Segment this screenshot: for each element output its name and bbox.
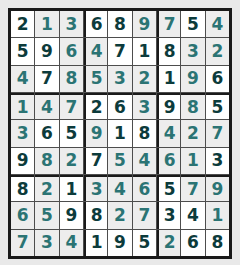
cell-r6c1[interactable]: 9 <box>11 148 34 174</box>
cell-r6c9[interactable]: 3 <box>206 148 229 174</box>
cell-r7c6[interactable]: 6 <box>133 175 156 201</box>
cell-r6c4[interactable]: 7 <box>84 148 107 174</box>
cell-r6c5[interactable]: 5 <box>108 148 131 174</box>
cell-r2c6[interactable]: 1 <box>133 38 156 64</box>
cell-r2c4[interactable]: 4 <box>84 38 107 64</box>
cell-r8c7[interactable]: 3 <box>157 202 180 228</box>
cell-r8c9[interactable]: 1 <box>206 202 229 228</box>
cell-r5c2[interactable]: 6 <box>35 120 58 146</box>
cell-r2c5[interactable]: 7 <box>108 38 131 64</box>
cell-r4c3[interactable]: 7 <box>60 93 83 119</box>
cell-r7c3[interactable]: 1 <box>60 175 83 201</box>
cell-r5c9[interactable]: 7 <box>206 120 229 146</box>
cell-r7c5[interactable]: 4 <box>108 175 131 201</box>
cell-r8c6[interactable]: 7 <box>133 202 156 228</box>
cell-r1c4[interactable]: 6 <box>84 11 107 37</box>
cell-r2c9[interactable]: 2 <box>206 38 229 64</box>
cell-r7c8[interactable]: 7 <box>181 175 204 201</box>
cell-r9c6[interactable]: 5 <box>133 230 156 256</box>
cell-r6c8[interactable]: 1 <box>181 148 204 174</box>
cell-r7c9[interactable]: 9 <box>206 175 229 201</box>
cell-r1c3[interactable]: 3 <box>60 11 83 37</box>
cell-r8c4[interactable]: 8 <box>84 202 107 228</box>
cell-r4c8[interactable]: 8 <box>181 93 204 119</box>
cell-r5c6[interactable]: 8 <box>133 120 156 146</box>
cell-r8c5[interactable]: 2 <box>108 202 131 228</box>
cell-r2c7[interactable]: 8 <box>157 38 180 64</box>
cell-r1c6[interactable]: 9 <box>133 11 156 37</box>
cell-r6c6[interactable]: 4 <box>133 148 156 174</box>
cell-r4c6[interactable]: 3 <box>133 93 156 119</box>
cell-r8c3[interactable]: 9 <box>60 202 83 228</box>
cell-r9c1[interactable]: 7 <box>11 230 34 256</box>
cell-r8c2[interactable]: 5 <box>35 202 58 228</box>
cell-r3c1[interactable]: 4 <box>11 66 34 92</box>
cell-r7c1[interactable]: 8 <box>11 175 34 201</box>
cell-r5c5[interactable]: 1 <box>108 120 131 146</box>
cell-r5c4[interactable]: 9 <box>84 120 107 146</box>
cell-r3c7[interactable]: 1 <box>157 66 180 92</box>
cell-r3c5[interactable]: 3 <box>108 66 131 92</box>
sudoku-board: 2136897545964718324785321961472639853659… <box>8 8 232 259</box>
cell-r1c7[interactable]: 7 <box>157 11 180 37</box>
cell-r2c2[interactable]: 9 <box>35 38 58 64</box>
cell-r9c8[interactable]: 6 <box>181 230 204 256</box>
cell-r3c9[interactable]: 6 <box>206 66 229 92</box>
cell-r1c2[interactable]: 1 <box>35 11 58 37</box>
cell-r4c4[interactable]: 2 <box>84 93 107 119</box>
cell-r2c1[interactable]: 5 <box>11 38 34 64</box>
cell-r9c7[interactable]: 2 <box>157 230 180 256</box>
cell-r3c3[interactable]: 8 <box>60 66 83 92</box>
cell-r4c7[interactable]: 9 <box>157 93 180 119</box>
cell-r1c9[interactable]: 4 <box>206 11 229 37</box>
cell-r9c5[interactable]: 9 <box>108 230 131 256</box>
cell-r9c4[interactable]: 1 <box>84 230 107 256</box>
cell-r4c9[interactable]: 5 <box>206 93 229 119</box>
cell-r4c5[interactable]: 6 <box>108 93 131 119</box>
cell-r6c2[interactable]: 8 <box>35 148 58 174</box>
cell-r7c2[interactable]: 2 <box>35 175 58 201</box>
cell-r9c9[interactable]: 8 <box>206 230 229 256</box>
cell-r4c1[interactable]: 1 <box>11 93 34 119</box>
cell-r8c1[interactable]: 6 <box>11 202 34 228</box>
cell-r3c6[interactable]: 2 <box>133 66 156 92</box>
cell-r1c8[interactable]: 5 <box>181 11 204 37</box>
cell-r9c2[interactable]: 3 <box>35 230 58 256</box>
cell-r4c2[interactable]: 4 <box>35 93 58 119</box>
cell-r2c8[interactable]: 3 <box>181 38 204 64</box>
cell-r6c3[interactable]: 2 <box>60 148 83 174</box>
cell-r1c5[interactable]: 8 <box>108 11 131 37</box>
cell-r2c3[interactable]: 6 <box>60 38 83 64</box>
cell-r3c2[interactable]: 7 <box>35 66 58 92</box>
cell-r7c7[interactable]: 5 <box>157 175 180 201</box>
cell-r7c4[interactable]: 3 <box>84 175 107 201</box>
cell-r3c8[interactable]: 9 <box>181 66 204 92</box>
cell-r9c3[interactable]: 4 <box>60 230 83 256</box>
cell-r8c8[interactable]: 4 <box>181 202 204 228</box>
cell-r3c4[interactable]: 5 <box>84 66 107 92</box>
cell-r5c8[interactable]: 2 <box>181 120 204 146</box>
cell-r5c7[interactable]: 4 <box>157 120 180 146</box>
cell-r1c1[interactable]: 2 <box>11 11 34 37</box>
cell-r5c1[interactable]: 3 <box>11 120 34 146</box>
cell-r5c3[interactable]: 5 <box>60 120 83 146</box>
cell-r6c7[interactable]: 6 <box>157 148 180 174</box>
